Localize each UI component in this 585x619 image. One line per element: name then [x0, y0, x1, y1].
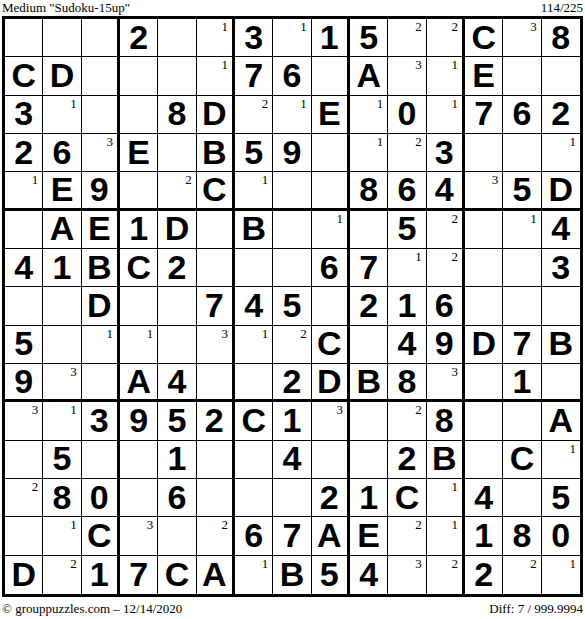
- cell-value: 4: [435, 172, 454, 206]
- cell-r15c8[interactable]: B: [273, 556, 311, 594]
- cell-r8c12[interactable]: 6: [427, 287, 465, 325]
- cell-r8c1[interactable]: [5, 287, 43, 325]
- cell-r5c7[interactable]: 1: [235, 172, 273, 210]
- cell-r15c15[interactable]: 1: [542, 556, 580, 594]
- corner-mark: 1: [70, 518, 77, 531]
- cell-r5c4[interactable]: [120, 172, 158, 210]
- cell-r4c10[interactable]: 1: [350, 134, 388, 172]
- cell-r3c3[interactable]: [82, 96, 120, 134]
- cell-value: 2: [551, 96, 570, 130]
- cell-r13c7[interactable]: [235, 479, 273, 517]
- cell-r2c10[interactable]: A: [350, 57, 388, 95]
- cell-r9c4[interactable]: 1: [120, 326, 158, 364]
- cell-r7c14[interactable]: [503, 249, 541, 287]
- cell-r8c5[interactable]: [158, 287, 196, 325]
- cell-r1c14[interactable]: 3: [503, 19, 541, 57]
- cell-value: 7: [244, 58, 263, 92]
- cell-value: 5: [53, 441, 72, 475]
- cell-r3c6[interactable]: D: [197, 96, 235, 134]
- cell-r12c2[interactable]: 5: [43, 441, 81, 479]
- corner-mark: 2: [451, 20, 458, 33]
- cell-r8c3[interactable]: D: [82, 287, 120, 325]
- cell-r15c7[interactable]: 1: [235, 556, 273, 594]
- cell-r8c4[interactable]: [120, 287, 158, 325]
- corner-mark: 2: [221, 518, 228, 531]
- cell-r12c13[interactable]: [465, 441, 503, 479]
- cell-r13c14[interactable]: [503, 479, 541, 517]
- cell-r11c4[interactable]: 9: [120, 402, 158, 440]
- cell-r5c5[interactable]: 2: [158, 172, 196, 210]
- cell-value: 5: [359, 20, 378, 54]
- cell-r10c10[interactable]: B: [350, 364, 388, 402]
- cell-r15c2[interactable]: 2: [43, 556, 81, 594]
- cell-r12c14[interactable]: C: [503, 441, 541, 479]
- cell-r6c11[interactable]: 5: [388, 211, 426, 249]
- cell-r7c10[interactable]: 7: [350, 249, 388, 287]
- cell-r13c1[interactable]: 2: [5, 479, 43, 517]
- cell-r1c13[interactable]: C: [465, 19, 503, 57]
- cell-r9c8[interactable]: 2: [273, 326, 311, 364]
- cell-r2c11[interactable]: 3: [388, 57, 426, 95]
- cell-value: 9: [90, 172, 109, 206]
- cell-value: 5: [244, 135, 263, 169]
- cell-r8c9[interactable]: [312, 287, 350, 325]
- cell-value: C: [11, 58, 36, 92]
- corner-mark: 2: [451, 250, 458, 263]
- cell-r10c5[interactable]: 4: [158, 364, 196, 402]
- corner-mark: 1: [451, 518, 458, 531]
- cell-r12c11[interactable]: 2: [388, 441, 426, 479]
- cell-r5c2[interactable]: E: [43, 172, 81, 210]
- cell-r8c7[interactable]: 4: [235, 287, 273, 325]
- cell-r7c6[interactable]: [197, 249, 235, 287]
- cell-r14c12[interactable]: 1: [427, 517, 465, 555]
- cell-r3c12[interactable]: 1: [427, 96, 465, 134]
- cell-r1c15[interactable]: 8: [542, 19, 580, 57]
- cell-r14c11[interactable]: 2: [388, 517, 426, 555]
- cell-r12c10[interactable]: [350, 441, 388, 479]
- cell-r13c12[interactable]: 1: [427, 479, 465, 517]
- cell-value: A: [202, 557, 227, 591]
- cell-r1c3[interactable]: [82, 19, 120, 57]
- cell-r1c12[interactable]: 2: [427, 19, 465, 57]
- cell-r5c9[interactable]: [312, 172, 350, 210]
- cell-value: 2: [320, 480, 339, 514]
- cell-r8c11[interactable]: 1: [388, 287, 426, 325]
- corner-mark: 3: [415, 557, 422, 570]
- cell-r10c9[interactable]: D: [312, 364, 350, 402]
- cell-r3c15[interactable]: 2: [542, 96, 580, 134]
- cell-r15c5[interactable]: C: [158, 556, 196, 594]
- cell-r6c2[interactable]: A: [43, 211, 81, 249]
- corner-mark: 2: [530, 557, 537, 570]
- cell-r12c9[interactable]: [312, 441, 350, 479]
- cell-r11c12[interactable]: 8: [427, 402, 465, 440]
- copyright-text: © grouppuzzles.com – 12/14/2020: [2, 601, 182, 616]
- cell-r7c13[interactable]: [465, 249, 503, 287]
- cell-r11c7[interactable]: C: [235, 402, 273, 440]
- cell-value: 7: [513, 326, 532, 360]
- cell-value: C: [202, 172, 227, 206]
- corner-mark: 3: [530, 20, 537, 33]
- cell-r13c5[interactable]: 6: [158, 479, 196, 517]
- cell-r2c6[interactable]: 1: [197, 57, 235, 95]
- cell-value: 7: [474, 96, 493, 130]
- cell-r7c12[interactable]: 2: [427, 249, 465, 287]
- cell-r15c1[interactable]: D: [5, 556, 43, 594]
- cell-r4c9[interactable]: [312, 134, 350, 172]
- cell-r8c2[interactable]: [43, 287, 81, 325]
- cell-r1c11[interactable]: 2: [388, 19, 426, 57]
- corner-mark: 1: [569, 442, 576, 455]
- cell-r3c8[interactable]: 1: [273, 96, 311, 134]
- cell-r7c8[interactable]: [273, 249, 311, 287]
- cell-value: 3: [551, 250, 570, 284]
- cell-r10c11[interactable]: 8: [388, 364, 426, 402]
- corner-mark: 2: [32, 480, 39, 493]
- cell-r13c11[interactable]: C: [388, 479, 426, 517]
- cell-r11c11[interactable]: 2: [388, 402, 426, 440]
- cell-r3c4[interactable]: [120, 96, 158, 134]
- cell-r10c4[interactable]: A: [120, 364, 158, 402]
- corner-mark: 1: [415, 250, 422, 263]
- cell-r6c8[interactable]: [273, 211, 311, 249]
- cell-value: 8: [53, 480, 72, 514]
- cell-r3c2[interactable]: 1: [43, 96, 81, 134]
- cell-value: E: [357, 518, 380, 552]
- cell-value: 6: [53, 135, 72, 169]
- corner-mark: 2: [415, 518, 422, 531]
- cell-r11c15[interactable]: A: [542, 402, 580, 440]
- sudoku-board: 21311522C38CD176A31E318D21E101762263EB59…: [2, 16, 583, 597]
- cell-r3c11[interactable]: 0: [388, 96, 426, 134]
- cell-r3c10[interactable]: 1: [350, 96, 388, 134]
- cell-r7c4[interactable]: C: [120, 249, 158, 287]
- cell-r2c2[interactable]: D: [43, 57, 81, 95]
- cell-r2c7[interactable]: 7: [235, 57, 273, 95]
- cell-r3c14[interactable]: 6: [503, 96, 541, 134]
- cell-r12c8[interactable]: 4: [273, 441, 311, 479]
- cell-r4c11[interactable]: 2: [388, 134, 426, 172]
- cell-r14c13[interactable]: 1: [465, 517, 503, 555]
- cell-r4c2[interactable]: 6: [43, 134, 81, 172]
- cell-r12c7[interactable]: [235, 441, 273, 479]
- cell-value: E: [472, 58, 495, 92]
- cell-r14c8[interactable]: 7: [273, 517, 311, 555]
- cell-r10c15[interactable]: [542, 364, 580, 402]
- cell-r14c10[interactable]: E: [350, 517, 388, 555]
- cell-r13c9[interactable]: 2: [312, 479, 350, 517]
- cell-value: 3: [435, 135, 454, 169]
- cell-r3c9[interactable]: E: [312, 96, 350, 134]
- cell-r4c4[interactable]: E: [120, 134, 158, 172]
- corner-mark: 3: [106, 135, 113, 148]
- cell-r12c3[interactable]: [82, 441, 120, 479]
- cell-r10c7[interactable]: [235, 364, 273, 402]
- cell-r3c7[interactable]: 2: [235, 96, 273, 134]
- corner-mark: 1: [70, 403, 77, 416]
- cell-r5c3[interactable]: 9: [82, 172, 120, 210]
- cell-value: 1: [513, 364, 532, 398]
- cell-r3c13[interactable]: 7: [465, 96, 503, 134]
- cell-r12c1[interactable]: [5, 441, 43, 479]
- cell-r10c13[interactable]: [465, 364, 503, 402]
- cell-r14c4[interactable]: 3: [120, 517, 158, 555]
- cell-value: 2: [205, 403, 224, 437]
- cell-r5c13[interactable]: 3: [465, 172, 503, 210]
- cell-r11c8[interactable]: 1: [273, 402, 311, 440]
- cell-r9c3[interactable]: 1: [82, 326, 120, 364]
- cell-r5c10[interactable]: 8: [350, 172, 388, 210]
- cell-r2c4[interactable]: [120, 57, 158, 95]
- cell-r2c15[interactable]: [542, 57, 580, 95]
- cell-r4c8[interactable]: 9: [273, 134, 311, 172]
- cell-r6c5[interactable]: D: [158, 211, 196, 249]
- cell-r1c4[interactable]: 2: [120, 19, 158, 57]
- cell-r7c7[interactable]: [235, 249, 273, 287]
- cell-r13c3[interactable]: 0: [82, 479, 120, 517]
- cell-r9c11[interactable]: 4: [388, 326, 426, 364]
- cell-r9c12[interactable]: 9: [427, 326, 465, 364]
- cell-value: 1: [283, 403, 302, 437]
- cell-r1c6[interactable]: 1: [197, 19, 235, 57]
- cell-r12c6[interactable]: [197, 441, 235, 479]
- cell-r15c13[interactable]: 2: [465, 556, 503, 594]
- cell-r14c7[interactable]: 6: [235, 517, 273, 555]
- cell-r14c5[interactable]: [158, 517, 196, 555]
- cell-r5c1[interactable]: 1: [5, 172, 43, 210]
- cell-value: 0: [398, 96, 417, 130]
- cell-r11c6[interactable]: 2: [197, 402, 235, 440]
- cell-value: C: [471, 20, 496, 54]
- cell-r6c3[interactable]: E: [82, 211, 120, 249]
- cell-r1c9[interactable]: 1: [312, 19, 350, 57]
- cell-r11c2[interactable]: 1: [43, 402, 81, 440]
- cell-value: 1: [320, 20, 339, 54]
- cell-r5c11[interactable]: 6: [388, 172, 426, 210]
- cell-r15c3[interactable]: 1: [82, 556, 120, 594]
- cell-r13c10[interactable]: 1: [350, 479, 388, 517]
- cell-r1c5[interactable]: [158, 19, 196, 57]
- cell-value: A: [356, 58, 381, 92]
- cell-r8c10[interactable]: 2: [350, 287, 388, 325]
- cell-r12c15[interactable]: 1: [542, 441, 580, 479]
- cell-r11c5[interactable]: 5: [158, 402, 196, 440]
- cell-r14c3[interactable]: C: [82, 517, 120, 555]
- corner-mark: 1: [300, 97, 307, 110]
- cell-r4c15[interactable]: 1: [542, 134, 580, 172]
- cell-r5c14[interactable]: 5: [503, 172, 541, 210]
- cell-r7c5[interactable]: 2: [158, 249, 196, 287]
- cell-r1c10[interactable]: 5: [350, 19, 388, 57]
- cell-r15c14[interactable]: 2: [503, 556, 541, 594]
- cell-value: 2: [398, 441, 417, 475]
- cell-r6c6[interactable]: [197, 211, 235, 249]
- cell-value: 6: [168, 480, 187, 514]
- cell-r4c12[interactable]: 3: [427, 134, 465, 172]
- cell-r13c13[interactable]: 4: [465, 479, 503, 517]
- cell-r14c6[interactable]: 2: [197, 517, 235, 555]
- difficulty-text: Diff: 7 / 999.9994: [489, 601, 583, 616]
- cell-r15c11[interactable]: 3: [388, 556, 426, 594]
- cell-r11c13[interactable]: [465, 402, 503, 440]
- cell-r2c13[interactable]: E: [465, 57, 503, 95]
- cell-r10c2[interactable]: 3: [43, 364, 81, 402]
- cell-r9c10[interactable]: [350, 326, 388, 364]
- cell-r8c6[interactable]: 7: [197, 287, 235, 325]
- cell-r14c14[interactable]: 8: [503, 517, 541, 555]
- cell-r4c14[interactable]: [503, 134, 541, 172]
- cell-r15c12[interactable]: 2: [427, 556, 465, 594]
- cell-r7c1[interactable]: 4: [5, 249, 43, 287]
- cell-r6c1[interactable]: [5, 211, 43, 249]
- cell-value: C: [395, 480, 420, 514]
- corner-mark: 3: [492, 173, 499, 186]
- cell-value: 0: [90, 480, 109, 514]
- cell-r12c4[interactable]: [120, 441, 158, 479]
- cell-r14c1[interactable]: [5, 517, 43, 555]
- cell-r1c8[interactable]: 1: [273, 19, 311, 57]
- cell-r4c7[interactable]: 5: [235, 134, 273, 172]
- cell-r2c12[interactable]: 1: [427, 57, 465, 95]
- cell-r14c2[interactable]: 1: [43, 517, 81, 555]
- cell-value: D: [165, 211, 190, 245]
- cell-r5c8[interactable]: [273, 172, 311, 210]
- puzzle-number: 114/225: [541, 0, 583, 15]
- cell-r6c12[interactable]: 2: [427, 211, 465, 249]
- cell-r13c2[interactable]: 8: [43, 479, 81, 517]
- cell-value: 3: [14, 96, 33, 130]
- cell-r11c9[interactable]: 3: [312, 402, 350, 440]
- cell-r11c1[interactable]: 3: [5, 402, 43, 440]
- cell-r15c9[interactable]: 5: [312, 556, 350, 594]
- cell-r6c4[interactable]: 1: [120, 211, 158, 249]
- corner-mark: 3: [70, 365, 77, 378]
- cell-r9c14[interactable]: 7: [503, 326, 541, 364]
- cell-r5c15[interactable]: D: [542, 172, 580, 210]
- cell-r7c3[interactable]: B: [82, 249, 120, 287]
- cell-r1c2[interactable]: [43, 19, 81, 57]
- cell-r4c3[interactable]: 3: [82, 134, 120, 172]
- corner-mark: 1: [377, 135, 384, 148]
- cell-value: 7: [359, 250, 378, 284]
- cell-r9c6[interactable]: 3: [197, 326, 235, 364]
- cell-r12c5[interactable]: 1: [158, 441, 196, 479]
- cell-r14c9[interactable]: A: [312, 517, 350, 555]
- cell-r9c1[interactable]: 5: [5, 326, 43, 364]
- cell-value: 2: [14, 135, 33, 169]
- cell-r9c2[interactable]: [43, 326, 81, 364]
- cell-value: 1: [398, 288, 417, 322]
- cell-r10c6[interactable]: [197, 364, 235, 402]
- corner-mark: 1: [221, 20, 228, 33]
- cell-r2c1[interactable]: C: [5, 57, 43, 95]
- cell-r3c5[interactable]: 8: [158, 96, 196, 134]
- cell-r12c12[interactable]: B: [427, 441, 465, 479]
- cell-r5c6[interactable]: C: [197, 172, 235, 210]
- cell-r2c9[interactable]: [312, 57, 350, 95]
- cell-r6c9[interactable]: 1: [312, 211, 350, 249]
- corner-mark: 1: [569, 557, 576, 570]
- cell-r3c1[interactable]: 3: [5, 96, 43, 134]
- cell-r5c12[interactable]: 4: [427, 172, 465, 210]
- cell-r1c7[interactable]: 3: [235, 19, 273, 57]
- cell-r7c2[interactable]: 1: [43, 249, 81, 287]
- cell-r1c1[interactable]: [5, 19, 43, 57]
- cell-r6c10[interactable]: [350, 211, 388, 249]
- cell-r10c14[interactable]: 1: [503, 364, 541, 402]
- cell-r2c3[interactable]: [82, 57, 120, 95]
- cell-r15c6[interactable]: A: [197, 556, 235, 594]
- cell-value: 1: [90, 557, 109, 591]
- cell-r11c3[interactable]: 3: [82, 402, 120, 440]
- cell-r15c10[interactable]: 4: [350, 556, 388, 594]
- cell-r10c1[interactable]: 9: [5, 364, 43, 402]
- corner-mark: 1: [262, 327, 269, 340]
- cell-r13c15[interactable]: 5: [542, 479, 580, 517]
- cell-value: 8: [513, 518, 532, 552]
- cell-r2c14[interactable]: [503, 57, 541, 95]
- cell-r6c13[interactable]: [465, 211, 503, 249]
- corner-mark: 1: [336, 212, 343, 225]
- corner-mark: 3: [221, 327, 228, 340]
- cell-r10c8[interactable]: 2: [273, 364, 311, 402]
- header: Medium "Sudoku-15up" 114/225: [2, 0, 583, 15]
- cell-r9c5[interactable]: [158, 326, 196, 364]
- cell-value: 8: [435, 403, 454, 437]
- cell-r4c1[interactable]: 2: [5, 134, 43, 172]
- cell-r2c8[interactable]: 6: [273, 57, 311, 95]
- cell-r7c11[interactable]: 1: [388, 249, 426, 287]
- cell-r15c4[interactable]: 7: [120, 556, 158, 594]
- cell-r2c5[interactable]: [158, 57, 196, 95]
- cell-r6c7[interactable]: B: [235, 211, 273, 249]
- cell-r13c8[interactable]: [273, 479, 311, 517]
- cell-r13c6[interactable]: [197, 479, 235, 517]
- cell-r9c15[interactable]: B: [542, 326, 580, 364]
- cell-r14c15[interactable]: 0: [542, 517, 580, 555]
- cell-r10c3[interactable]: [82, 364, 120, 402]
- cell-value: A: [126, 364, 151, 398]
- cell-r9c9[interactable]: C: [312, 326, 350, 364]
- cell-r7c9[interactable]: 6: [312, 249, 350, 287]
- cell-value: 8: [398, 364, 417, 398]
- cell-r11c14[interactable]: [503, 402, 541, 440]
- cell-r4c5[interactable]: [158, 134, 196, 172]
- cell-value: E: [127, 135, 150, 169]
- cell-r11c10[interactable]: [350, 402, 388, 440]
- cell-r8c14[interactable]: [503, 287, 541, 325]
- cell-value: 6: [244, 518, 263, 552]
- cell-r9c7[interactable]: 1: [235, 326, 273, 364]
- cell-r4c13[interactable]: [465, 134, 503, 172]
- cell-value: 6: [513, 96, 532, 130]
- cell-value: D: [549, 172, 574, 206]
- cell-r8c15[interactable]: [542, 287, 580, 325]
- cell-r13c4[interactable]: [120, 479, 158, 517]
- cell-r8c13[interactable]: [465, 287, 503, 325]
- cell-r6c14[interactable]: 1: [503, 211, 541, 249]
- cell-r4c6[interactable]: B: [197, 134, 235, 172]
- corner-mark: 1: [451, 97, 458, 110]
- cell-r7c15[interactable]: 3: [542, 249, 580, 287]
- cell-r9c13[interactable]: D: [465, 326, 503, 364]
- cell-value: 4: [359, 557, 378, 591]
- cell-value: E: [51, 172, 74, 206]
- cell-r10c12[interactable]: 3: [427, 364, 465, 402]
- cell-r8c8[interactable]: 5: [273, 287, 311, 325]
- cell-r6c15[interactable]: 4: [542, 211, 580, 249]
